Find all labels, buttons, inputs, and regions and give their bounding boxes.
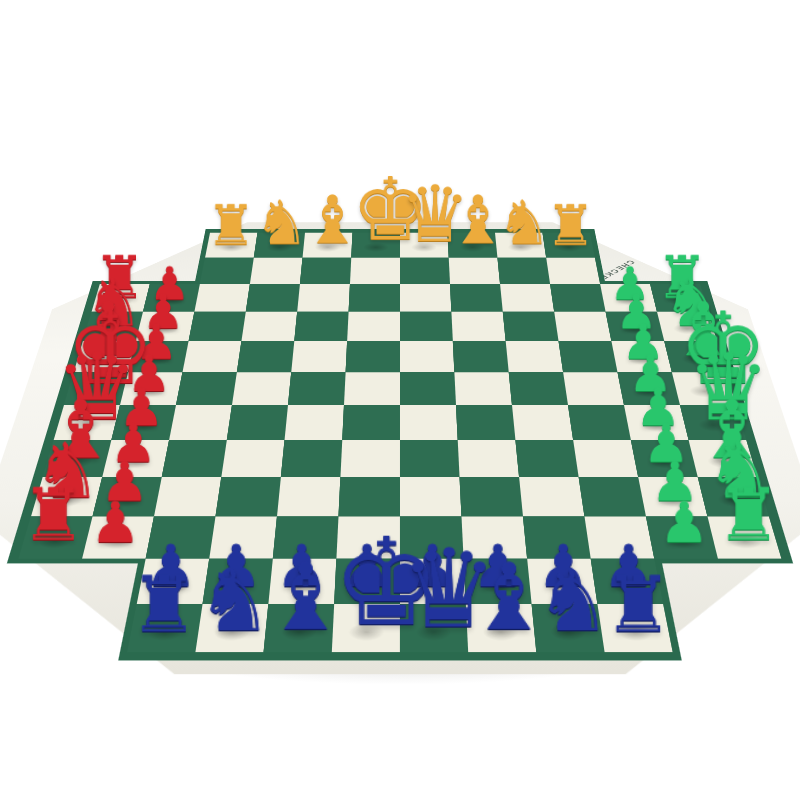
- board-cell[interactable]: [460, 477, 523, 517]
- yellow-bishop[interactable]: ♝: [303, 233, 353, 258]
- blue-queen[interactable]: ♛: [400, 604, 468, 652]
- knight-icon: ♞: [536, 559, 604, 644]
- blue-king[interactable]: ♚: [332, 604, 400, 652]
- bishop-icon: ♝: [449, 187, 498, 253]
- blue-rook[interactable]: ♜: [597, 604, 672, 652]
- blue-knight[interactable]: ♞: [532, 604, 605, 652]
- blue-knight[interactable]: ♞: [195, 604, 268, 652]
- board-cell[interactable]: [297, 284, 350, 312]
- yellow-rook[interactable]: ♜: [205, 233, 257, 258]
- board-cell[interactable]: [400, 284, 451, 312]
- yellow-knight[interactable]: ♞: [254, 233, 305, 258]
- board-cell[interactable]: [519, 477, 584, 517]
- rook-icon: ♜: [603, 566, 671, 643]
- board-cell[interactable]: [579, 477, 646, 517]
- board-cell[interactable]: [349, 284, 400, 312]
- photo-canvas: 4-WAY CHECKERS ♜♞♝♚♛♝♞♜♜♟♟♜♞♟♟♞♝♟♟♝♚♟♟♚♛…: [0, 0, 800, 800]
- king-icon: ♚: [351, 167, 400, 254]
- board-cell[interactable]: [194, 284, 250, 312]
- yellow-queen[interactable]: ♛: [400, 233, 449, 258]
- knight-icon: ♞: [254, 193, 303, 254]
- board-cell[interactable]: [450, 284, 503, 312]
- queen-icon: ♛: [400, 535, 468, 644]
- board-cell[interactable]: [500, 284, 554, 312]
- blue-bishop[interactable]: ♝: [466, 604, 537, 652]
- knight-icon: ♞: [497, 193, 546, 254]
- yellow-knight[interactable]: ♞: [495, 233, 546, 258]
- board-cell[interactable]: [154, 477, 221, 517]
- pawn-icon: ♟: [653, 495, 716, 551]
- bishop-icon: ♝: [468, 551, 536, 643]
- board-cell[interactable]: [550, 284, 606, 312]
- queen-icon: ♛: [400, 175, 449, 253]
- king-icon: ♚: [332, 522, 400, 643]
- knight-icon: ♞: [197, 559, 265, 644]
- board-cell[interactable]: [246, 284, 300, 312]
- rook-icon: ♜: [206, 198, 255, 253]
- rook-icon: ♜: [716, 479, 779, 551]
- blue-bishop[interactable]: ♝: [264, 604, 335, 652]
- board-cell[interactable]: [277, 477, 340, 517]
- yellow-bishop[interactable]: ♝: [448, 233, 498, 258]
- rook-icon: ♜: [546, 198, 595, 253]
- bishop-icon: ♝: [264, 551, 332, 643]
- bishop-icon: ♝: [303, 187, 352, 253]
- rook-icon: ♜: [21, 479, 84, 551]
- yellow-rook[interactable]: ♜: [543, 233, 595, 258]
- board-cell[interactable]: [215, 477, 280, 517]
- game-board: 4-WAY CHECKERS ♜♞♝♚♛♝♞♜♜♟♟♜♞♟♟♞♝♟♟♝♚♟♟♚♛…: [0, 222, 800, 674]
- rook-icon: ♜: [129, 566, 197, 643]
- blue-rook[interactable]: ♜: [127, 604, 202, 652]
- yellow-king[interactable]: ♚: [351, 233, 400, 258]
